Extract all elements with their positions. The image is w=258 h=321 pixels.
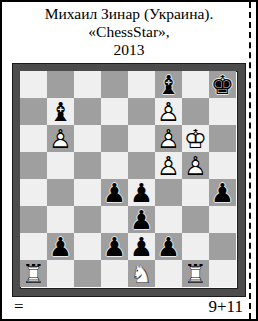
chess-board: ♝♚♝♟♙♟♙♟♙♚♔♟♙♟♙♟♟♟♟♟♟♟♟♜♖♞♘♜♖ <box>20 71 238 287</box>
square-d5 <box>101 152 128 179</box>
square-g8 <box>182 71 209 98</box>
square-d1 <box>101 260 128 287</box>
square-a3 <box>20 206 47 233</box>
square-g6: ♚♔ <box>182 125 209 152</box>
square-h3 <box>209 206 236 233</box>
white-rook: ♜♖ <box>182 260 209 287</box>
black-pawn: ♟ <box>101 233 128 260</box>
black-pawn: ♟ <box>128 233 155 260</box>
square-b7: ♝ <box>47 98 74 125</box>
square-c3 <box>74 206 101 233</box>
square-a1: ♜♖ <box>20 260 47 287</box>
square-a8 <box>20 71 47 98</box>
square-b4 <box>47 179 74 206</box>
square-b5 <box>47 152 74 179</box>
square-e5 <box>128 152 155 179</box>
square-a7 <box>20 98 47 125</box>
square-g7 <box>182 98 209 125</box>
black-bishop: ♝ <box>47 98 74 125</box>
square-f1 <box>155 260 182 287</box>
square-h5 <box>209 152 236 179</box>
square-g5: ♟♙ <box>182 152 209 179</box>
square-b8 <box>47 71 74 98</box>
white-pawn: ♟♙ <box>155 98 182 125</box>
puzzle-footer: = 9+11 <box>2 297 256 317</box>
square-b6: ♟♙ <box>47 125 74 152</box>
white-king: ♚♔ <box>182 125 209 152</box>
square-d8 <box>101 71 128 98</box>
square-h7 <box>209 98 236 125</box>
puzzle-caption: Михаил Зинар (Украина). «ChessStar», 201… <box>2 2 256 59</box>
black-pawn: ♟ <box>101 179 128 206</box>
table-gridline <box>249 2 251 319</box>
square-f5: ♟♙ <box>155 152 182 179</box>
square-c4 <box>74 179 101 206</box>
square-h8: ♚ <box>209 71 236 98</box>
square-h4: ♟ <box>209 179 236 206</box>
square-h6 <box>209 125 236 152</box>
white-pawn: ♟♙ <box>47 125 74 152</box>
square-e2: ♟ <box>128 233 155 260</box>
white-pawn: ♟♙ <box>182 152 209 179</box>
square-f3 <box>155 206 182 233</box>
square-g3 <box>182 206 209 233</box>
square-a5 <box>20 152 47 179</box>
caption-author: Михаил Зинар (Украина). <box>2 5 256 23</box>
square-f6: ♟♙ <box>155 125 182 152</box>
white-pawn: ♟♙ <box>155 125 182 152</box>
square-f2: ♟ <box>155 233 182 260</box>
black-pawn: ♟ <box>155 233 182 260</box>
square-e4: ♟ <box>128 179 155 206</box>
square-a2 <box>20 233 47 260</box>
white-pawn: ♟♙ <box>155 152 182 179</box>
square-d2: ♟ <box>101 233 128 260</box>
square-b1 <box>47 260 74 287</box>
square-f7: ♟♙ <box>155 98 182 125</box>
square-d7 <box>101 98 128 125</box>
square-c8 <box>74 71 101 98</box>
chess-board-frame: ♝♚♝♟♙♟♙♟♙♚♔♟♙♟♙♟♟♟♟♟♟♟♟♜♖♞♘♜♖ <box>13 64 245 296</box>
square-c5 <box>74 152 101 179</box>
square-f4 <box>155 179 182 206</box>
square-c1 <box>74 260 101 287</box>
document-page: Михаил Зинар (Украина). «ChessStar», 201… <box>0 0 258 321</box>
square-c6 <box>74 125 101 152</box>
square-h1 <box>209 260 236 287</box>
stipulation: = <box>14 297 24 317</box>
square-b2: ♟ <box>47 233 74 260</box>
square-e7 <box>128 98 155 125</box>
square-h2 <box>209 233 236 260</box>
square-d3 <box>101 206 128 233</box>
square-c2 <box>74 233 101 260</box>
black-pawn: ♟ <box>128 179 155 206</box>
black-king: ♚ <box>209 71 236 98</box>
square-g2 <box>182 233 209 260</box>
square-d6 <box>101 125 128 152</box>
material-count: 9+11 <box>209 297 243 317</box>
square-g4 <box>182 179 209 206</box>
square-e8 <box>128 71 155 98</box>
black-bishop: ♝ <box>155 71 182 98</box>
caption-source: «ChessStar», <box>2 23 256 41</box>
black-pawn: ♟ <box>47 233 74 260</box>
square-e1: ♞♘ <box>128 260 155 287</box>
square-d4: ♟ <box>101 179 128 206</box>
caption-year: 2013 <box>2 41 256 59</box>
square-a6 <box>20 125 47 152</box>
white-rook: ♜♖ <box>20 260 47 287</box>
square-f8: ♝ <box>155 71 182 98</box>
square-a4 <box>20 179 47 206</box>
square-e6 <box>128 125 155 152</box>
square-c7 <box>74 98 101 125</box>
white-knight: ♞♘ <box>128 260 155 287</box>
square-g1: ♜♖ <box>182 260 209 287</box>
black-pawn: ♟ <box>128 206 155 233</box>
square-b3 <box>47 206 74 233</box>
black-pawn: ♟ <box>209 179 236 206</box>
square-e3: ♟ <box>128 206 155 233</box>
